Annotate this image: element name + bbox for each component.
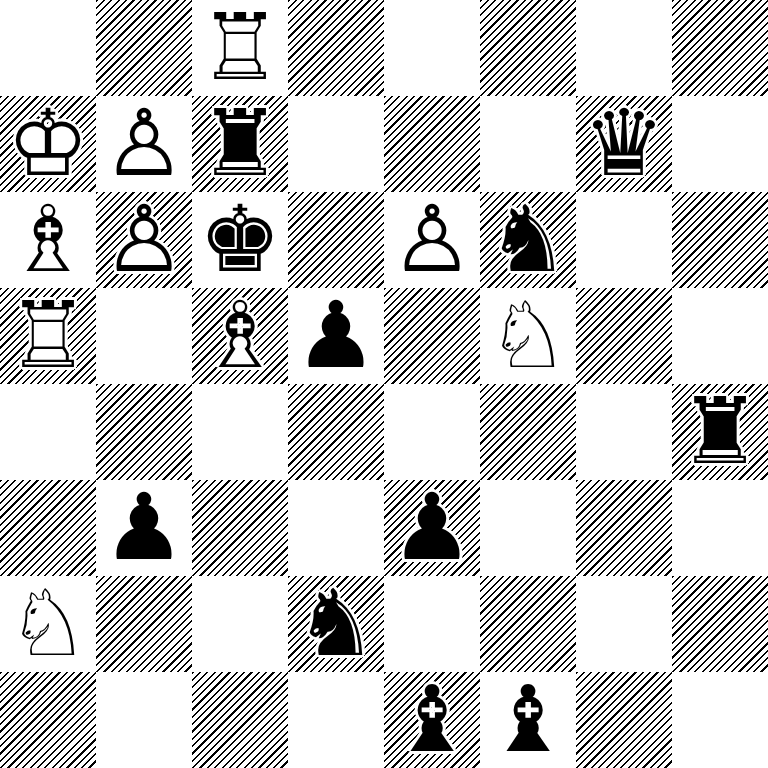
square-d4[interactable] [288,384,384,480]
square-h6[interactable] [672,192,768,288]
square-d8[interactable] [288,0,384,96]
black-pawn[interactable]: ♟♟ [96,480,192,576]
square-e3[interactable]: ♟♟ [384,480,480,576]
black-knight-glyph: ♞ [295,578,377,670]
white-king[interactable]: ♚♔ [0,96,96,192]
black-bishop[interactable]: ♝♝ [480,672,576,768]
square-a3[interactable] [0,480,96,576]
chess-board: ♜♖♚♔♟♙♜♜♛♛♝♗♟♙♚♚♟♙♞♞♜♖♝♗♟♟♞♘♜♜♟♟♟♟♞♘♞♞♝♝… [0,0,768,768]
white-rook-glyph: ♖ [199,2,281,94]
square-g5[interactable] [576,288,672,384]
square-c4[interactable] [192,384,288,480]
square-g6[interactable] [576,192,672,288]
square-b6[interactable]: ♟♙ [96,192,192,288]
black-pawn-glyph: ♟ [295,290,377,382]
square-g2[interactable] [576,576,672,672]
square-a8[interactable] [0,0,96,96]
square-d6[interactable] [288,192,384,288]
white-bishop-glyph: ♗ [7,194,89,286]
black-king-glyph: ♚ [199,194,281,286]
square-d5[interactable]: ♟♟ [288,288,384,384]
black-queen[interactable]: ♛♛ [576,96,672,192]
square-a7[interactable]: ♚♔ [0,96,96,192]
square-d3[interactable] [288,480,384,576]
square-b1[interactable] [96,672,192,768]
square-h4[interactable]: ♜♜ [672,384,768,480]
square-c1[interactable] [192,672,288,768]
white-knight[interactable]: ♞♘ [480,288,576,384]
black-pawn-glyph: ♟ [103,482,185,574]
square-b8[interactable] [96,0,192,96]
black-queen-glyph: ♛ [583,98,665,190]
square-c6[interactable]: ♚♚ [192,192,288,288]
white-knight[interactable]: ♞♘ [0,576,96,672]
square-c7[interactable]: ♜♜ [192,96,288,192]
black-bishop-glyph: ♝ [391,674,473,766]
square-b4[interactable] [96,384,192,480]
square-e2[interactable] [384,576,480,672]
square-b2[interactable] [96,576,192,672]
white-king-glyph: ♔ [7,98,89,190]
square-a6[interactable]: ♝♗ [0,192,96,288]
black-king[interactable]: ♚♚ [192,192,288,288]
square-f7[interactable] [480,96,576,192]
square-a1[interactable] [0,672,96,768]
black-knight-glyph: ♞ [487,194,569,286]
black-rook-glyph: ♜ [679,386,761,478]
square-c3[interactable] [192,480,288,576]
black-knight[interactable]: ♞♞ [288,576,384,672]
black-bishop[interactable]: ♝♝ [384,672,480,768]
square-f3[interactable] [480,480,576,576]
square-d2[interactable]: ♞♞ [288,576,384,672]
white-pawn-glyph: ♙ [391,194,473,286]
white-pawn[interactable]: ♟♙ [96,96,192,192]
black-pawn[interactable]: ♟♟ [384,480,480,576]
white-rook-glyph: ♖ [7,290,89,382]
black-rook[interactable]: ♜♜ [672,384,768,480]
square-c8[interactable]: ♜♖ [192,0,288,96]
square-e5[interactable] [384,288,480,384]
square-f6[interactable]: ♞♞ [480,192,576,288]
square-e4[interactable] [384,384,480,480]
square-g4[interactable] [576,384,672,480]
square-e1[interactable]: ♝♝ [384,672,480,768]
square-b3[interactable]: ♟♟ [96,480,192,576]
square-h8[interactable] [672,0,768,96]
square-h2[interactable] [672,576,768,672]
square-a2[interactable]: ♞♘ [0,576,96,672]
square-a4[interactable] [0,384,96,480]
white-pawn-glyph: ♙ [103,98,185,190]
square-h7[interactable] [672,96,768,192]
white-rook[interactable]: ♜♖ [192,0,288,96]
white-rook[interactable]: ♜♖ [0,288,96,384]
square-f8[interactable] [480,0,576,96]
square-f5[interactable]: ♞♘ [480,288,576,384]
white-pawn[interactable]: ♟♙ [96,192,192,288]
black-knight[interactable]: ♞♞ [480,192,576,288]
black-rook-glyph: ♜ [199,98,281,190]
square-e7[interactable] [384,96,480,192]
black-bishop-glyph: ♝ [487,674,569,766]
square-h3[interactable] [672,480,768,576]
square-g7[interactable]: ♛♛ [576,96,672,192]
square-h5[interactable] [672,288,768,384]
square-b7[interactable]: ♟♙ [96,96,192,192]
square-g8[interactable] [576,0,672,96]
square-d7[interactable] [288,96,384,192]
white-knight-glyph: ♘ [487,290,569,382]
black-pawn-glyph: ♟ [391,482,473,574]
square-a5[interactable]: ♜♖ [0,288,96,384]
white-bishop[interactable]: ♝♗ [192,288,288,384]
white-pawn[interactable]: ♟♙ [384,192,480,288]
square-d1[interactable] [288,672,384,768]
black-pawn[interactable]: ♟♟ [288,288,384,384]
white-bishop-glyph: ♗ [199,290,281,382]
square-c2[interactable] [192,576,288,672]
black-rook[interactable]: ♜♜ [192,96,288,192]
square-g1[interactable] [576,672,672,768]
square-b5[interactable] [96,288,192,384]
square-f2[interactable] [480,576,576,672]
square-h1[interactable] [672,672,768,768]
square-e6[interactable]: ♟♙ [384,192,480,288]
white-pawn-glyph: ♙ [103,194,185,286]
square-c5[interactable]: ♝♗ [192,288,288,384]
square-e8[interactable] [384,0,480,96]
square-f4[interactable] [480,384,576,480]
white-bishop[interactable]: ♝♗ [0,192,96,288]
white-knight-glyph: ♘ [7,578,89,670]
square-f1[interactable]: ♝♝ [480,672,576,768]
square-g3[interactable] [576,480,672,576]
